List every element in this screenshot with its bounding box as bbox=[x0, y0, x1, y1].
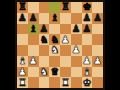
white-knight-d4: ♞ bbox=[50, 45, 59, 55]
chess-board: ♜♜♚♟♟♝♟♟♝♟♟♟♞♞♟♞♟♝♟♟♟♟♞♛♝♜♜♚ bbox=[15, 0, 105, 90]
square-f5[interactable] bbox=[71, 34, 82, 45]
square-a3[interactable]: ♝ bbox=[17, 56, 28, 67]
square-d6[interactable] bbox=[49, 24, 60, 35]
white-knight-c2: ♞ bbox=[39, 67, 48, 77]
square-e1[interactable]: ♜ bbox=[60, 77, 71, 88]
square-c1[interactable] bbox=[39, 77, 50, 88]
square-g2[interactable]: ♝ bbox=[82, 67, 93, 78]
square-f4[interactable]: ♟ bbox=[71, 45, 82, 56]
white-pawn-g3: ♟ bbox=[82, 56, 91, 66]
square-b2[interactable] bbox=[28, 67, 39, 78]
black-knight-c5: ♞ bbox=[39, 34, 48, 44]
black-queen-d2: ♛ bbox=[50, 67, 59, 77]
square-e5[interactable]: ♟ bbox=[60, 34, 71, 45]
square-f7[interactable] bbox=[71, 13, 82, 24]
square-d3[interactable] bbox=[49, 56, 60, 67]
square-d5[interactable]: ♞ bbox=[49, 34, 60, 45]
white-pawn-b3: ♟ bbox=[29, 56, 38, 66]
white-king-g1: ♚ bbox=[82, 77, 91, 87]
black-pawn-a7: ♟ bbox=[18, 13, 27, 23]
square-a2[interactable]: ♟ bbox=[17, 67, 28, 78]
black-pawn-c6: ♟ bbox=[39, 24, 48, 34]
square-c8[interactable] bbox=[39, 2, 50, 13]
black-pawn-g6: ♟ bbox=[82, 24, 91, 34]
black-pawn-f6: ♟ bbox=[72, 24, 81, 34]
square-a5[interactable] bbox=[17, 34, 28, 45]
square-e2[interactable] bbox=[60, 67, 71, 78]
square-a7[interactable]: ♟ bbox=[17, 13, 28, 24]
square-f1[interactable] bbox=[71, 77, 82, 88]
square-c6[interactable]: ♟ bbox=[39, 24, 50, 35]
square-b1[interactable] bbox=[28, 77, 39, 88]
chess-thumbnail: { "game": "chess", "position": { "fen": … bbox=[0, 0, 120, 90]
square-f2[interactable] bbox=[71, 67, 82, 78]
white-pawn-a2: ♟ bbox=[18, 67, 27, 77]
square-h7[interactable]: ♟ bbox=[92, 13, 103, 24]
square-g7[interactable]: ♟ bbox=[82, 13, 93, 24]
square-e7[interactable] bbox=[60, 13, 71, 24]
square-b7[interactable]: ♟ bbox=[28, 13, 39, 24]
square-h4[interactable] bbox=[92, 45, 103, 56]
square-g5[interactable] bbox=[82, 34, 93, 45]
square-d8[interactable] bbox=[49, 2, 60, 13]
black-pawn-b7: ♟ bbox=[29, 13, 38, 23]
square-d7[interactable]: ♝ bbox=[49, 13, 60, 24]
square-b3[interactable]: ♟ bbox=[28, 56, 39, 67]
white-rook-a1: ♜ bbox=[18, 77, 27, 87]
chess-board-grid: ♜♜♚♟♟♝♟♟♝♟♟♟♞♞♟♞♟♝♟♟♟♟♞♛♝♜♜♚ bbox=[17, 2, 103, 88]
black-pawn-h7: ♟ bbox=[93, 13, 102, 23]
square-h3[interactable]: ♟ bbox=[92, 56, 103, 67]
white-bishop-g2: ♝ bbox=[82, 67, 91, 77]
square-e8[interactable]: ♜ bbox=[60, 2, 71, 13]
square-c7[interactable] bbox=[39, 13, 50, 24]
square-b5[interactable] bbox=[28, 34, 39, 45]
black-bishop-b6: ♝ bbox=[29, 24, 38, 34]
square-h5[interactable] bbox=[92, 34, 103, 45]
white-bishop-a3: ♝ bbox=[18, 56, 27, 66]
black-rook-e8: ♜ bbox=[61, 2, 70, 12]
square-h8[interactable] bbox=[92, 2, 103, 13]
black-knight-d5: ♞ bbox=[50, 34, 59, 44]
white-pawn-f4: ♟ bbox=[72, 45, 81, 55]
square-a4[interactable] bbox=[17, 45, 28, 56]
square-d2[interactable]: ♛ bbox=[49, 67, 60, 78]
square-e6[interactable] bbox=[60, 24, 71, 35]
square-b8[interactable] bbox=[28, 2, 39, 13]
square-b4[interactable] bbox=[28, 45, 39, 56]
square-b6[interactable]: ♝ bbox=[28, 24, 39, 35]
white-pawn-e5: ♟ bbox=[61, 34, 70, 44]
square-f3[interactable] bbox=[71, 56, 82, 67]
square-a1[interactable]: ♜ bbox=[17, 77, 28, 88]
square-h2[interactable] bbox=[92, 67, 103, 78]
square-c2[interactable]: ♞ bbox=[39, 67, 50, 78]
square-h1[interactable] bbox=[92, 77, 103, 88]
square-g1[interactable]: ♚ bbox=[82, 77, 93, 88]
square-d1[interactable] bbox=[49, 77, 60, 88]
square-a8[interactable]: ♜ bbox=[17, 2, 28, 13]
white-rook-e1: ♜ bbox=[61, 77, 70, 87]
square-f8[interactable] bbox=[71, 2, 82, 13]
square-e3[interactable] bbox=[60, 56, 71, 67]
black-king-g8: ♚ bbox=[82, 2, 91, 12]
square-c3[interactable] bbox=[39, 56, 50, 67]
black-rook-a8: ♜ bbox=[18, 2, 27, 12]
square-c5[interactable]: ♞ bbox=[39, 34, 50, 45]
black-bishop-d7: ♝ bbox=[50, 13, 59, 23]
square-f6[interactable]: ♟ bbox=[71, 24, 82, 35]
square-g3[interactable]: ♟ bbox=[82, 56, 93, 67]
black-pawn-g7: ♟ bbox=[82, 13, 91, 23]
square-d4[interactable]: ♞ bbox=[49, 45, 60, 56]
square-g4[interactable] bbox=[82, 45, 93, 56]
square-a6[interactable] bbox=[17, 24, 28, 35]
square-g8[interactable]: ♚ bbox=[82, 2, 93, 13]
square-h6[interactable] bbox=[92, 24, 103, 35]
square-g6[interactable]: ♟ bbox=[82, 24, 93, 35]
square-c4[interactable] bbox=[39, 45, 50, 56]
square-e4[interactable] bbox=[60, 45, 71, 56]
white-pawn-h3: ♟ bbox=[93, 56, 102, 66]
